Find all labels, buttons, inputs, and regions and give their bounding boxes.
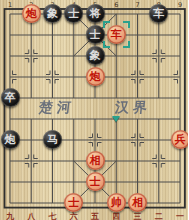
file-label-bottom: 八 — [27, 212, 35, 220]
black-general[interactable]: 将 — [86, 4, 105, 23]
file-label-bottom: 九 — [6, 212, 14, 220]
river-text-left: 楚河 — [38, 99, 76, 117]
file-label-bottom: 一 — [176, 212, 184, 220]
red-chariot[interactable]: 车 — [107, 25, 126, 44]
red-cannon[interactable]: 炮 — [22, 4, 41, 23]
file-label-top: 1 — [8, 1, 12, 9]
red-soldier[interactable]: 兵 — [171, 130, 189, 149]
black-soldier[interactable]: 卒 — [1, 88, 20, 107]
file-label-bottom: 三 — [134, 212, 142, 220]
black-advisor[interactable]: 士 — [64, 4, 83, 23]
red-advisor[interactable]: 士 — [86, 172, 105, 191]
file-label-top: 6 — [114, 1, 118, 9]
last-move-origin-marker — [112, 116, 120, 122]
red-cannon[interactable]: 炮 — [86, 67, 105, 86]
black-cannon[interactable]: 炮 — [1, 130, 20, 149]
black-advisor[interactable]: 士 — [86, 25, 105, 44]
red-elephant[interactable]: 相 — [128, 193, 147, 212]
black-chariot[interactable]: 车 — [149, 4, 168, 23]
red-elephant[interactable]: 相 — [86, 151, 105, 170]
file-label-bottom: 五 — [91, 212, 99, 220]
file-label-top: 9 — [178, 1, 182, 9]
file-label-bottom: 七 — [49, 212, 57, 220]
black-elephant[interactable]: 象 — [86, 46, 105, 65]
red-advisor[interactable]: 士 — [64, 193, 83, 212]
file-label-bottom: 六 — [70, 212, 78, 220]
xiangqi-board[interactable]: 楚河 汉界 123456789 九八七六五四三二一 炮象士将车士车象炮卒炮马兵相… — [0, 0, 188, 220]
black-elephant[interactable]: 象 — [43, 4, 62, 23]
file-label-bottom: 四 — [112, 212, 120, 220]
black-horse[interactable]: 马 — [43, 130, 62, 149]
file-label-top: 7 — [135, 1, 139, 9]
red-general[interactable]: 帅 — [107, 193, 126, 212]
file-label-bottom: 二 — [155, 212, 163, 220]
river-text-right: 汉界 — [114, 99, 152, 117]
